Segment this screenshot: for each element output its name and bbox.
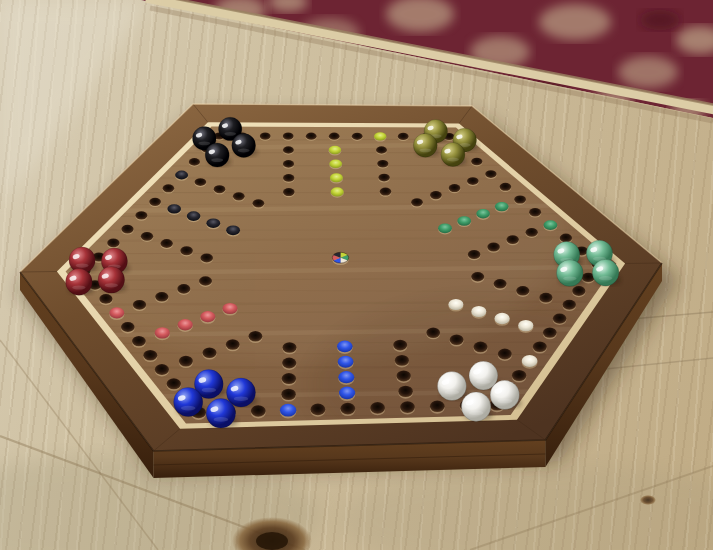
lane-hole-upper-right-7-3 [487, 243, 500, 253]
scene [0, 0, 713, 550]
marble-white-2[interactable] [490, 380, 519, 409]
home-hole-white-4 [448, 299, 463, 312]
track-hole-upper-left-6 [163, 184, 175, 193]
lane-hole-lower-right-7-4 [426, 328, 440, 340]
track-hole-lower-right-4 [553, 314, 567, 326]
track-hole-top-3 [283, 133, 294, 141]
entry-hole-white [522, 355, 538, 369]
marble-black-3[interactable] [232, 134, 256, 158]
lane-hole-top-3-4 [283, 188, 295, 197]
track-hole-bottom-6 [311, 404, 326, 417]
track-hole-upper-left-8 [189, 158, 200, 167]
track-hole-lower-right-6 [533, 341, 547, 353]
home-hole-yellow-2 [329, 160, 342, 170]
lane-hole-upper-right-7-4 [468, 250, 481, 260]
lane-hole-upper-left-3-3 [180, 246, 193, 256]
track-hole-bottom-2 [430, 401, 445, 414]
lane-hole-lower-right-3-4 [471, 272, 484, 283]
home-hole-blue-1 [339, 387, 355, 401]
track-hole-bottom-3 [400, 401, 415, 414]
track-hole-top-5 [329, 133, 340, 141]
lane-hole-bottom-7-2 [282, 373, 296, 386]
center-hole [332, 252, 348, 265]
lane-hole-lower-left-7-4 [199, 276, 212, 287]
track-hole-lower-right-8 [512, 370, 526, 383]
lane-hole-upper-left-3-4 [200, 253, 213, 263]
lane-hole-bottom-7-1 [281, 389, 296, 402]
lane-hole-top-7-3 [378, 174, 389, 183]
lane-hole-upper-right-3-3 [430, 191, 442, 200]
track-hole-top-6 [352, 133, 363, 141]
track-hole-bottom-4 [370, 402, 385, 415]
lane-hole-top-3-2 [283, 160, 294, 169]
marble-yellow-3[interactable] [441, 143, 465, 167]
track-hole-upper-left-4 [135, 211, 147, 221]
entry-hole-blue [280, 404, 296, 419]
home-hole-blue-4 [337, 340, 353, 354]
lane-hole-bottom-7-3 [282, 358, 296, 370]
marble-red-1[interactable] [98, 267, 125, 294]
lane-hole-lower-left-7-1 [133, 300, 146, 311]
track-hole-upper-right-2 [471, 158, 482, 167]
home-hole-green-4 [438, 223, 452, 234]
lane-hole-lower-right-7-1 [498, 349, 512, 361]
home-hole-blue-2 [338, 371, 354, 385]
aggravation-board [0, 0, 713, 550]
lane-hole-upper-left-7-3 [233, 192, 245, 201]
home-hole-white-1 [518, 320, 533, 333]
track-hole-lower-left-6 [121, 322, 135, 334]
marble-blue-2[interactable] [206, 399, 235, 428]
wood-knot [640, 495, 656, 505]
home-hole-black-3 [206, 218, 220, 229]
track-hole-lower-right-2 [572, 286, 585, 297]
home-hole-blue-3 [338, 356, 354, 370]
lane-hole-bottom-3-4 [393, 340, 407, 352]
track-hole-top-2 [260, 133, 271, 141]
marble-red-2[interactable] [66, 269, 93, 296]
lane-hole-upper-left-3-2 [161, 239, 173, 249]
lane-hole-upper-left-7-2 [214, 185, 226, 194]
lane-hole-top-3-1 [283, 146, 294, 154]
lane-hole-upper-right-7-2 [507, 235, 519, 245]
marble-white-3[interactable] [437, 372, 466, 401]
lane-hole-bottom-7-4 [283, 342, 297, 354]
track-hole-lower-right-5 [543, 327, 557, 339]
home-hole-green-3 [457, 216, 471, 227]
track-hole-lower-left-8 [99, 294, 112, 305]
entry-hole-yellow [374, 132, 386, 141]
marble-green-4[interactable] [592, 259, 619, 286]
track-hole-lower-left-5 [132, 336, 146, 348]
marble-green-3[interactable] [557, 260, 584, 287]
home-hole-black-4 [226, 225, 240, 236]
home-hole-green-1 [495, 202, 509, 213]
marble-blue-4[interactable] [174, 387, 203, 416]
track-hole-bottom-5 [340, 403, 355, 416]
marble-yellow-1[interactable] [413, 133, 437, 157]
entry-hole-green [544, 220, 558, 231]
track-hole-top-4 [306, 133, 317, 141]
home-hole-red-1 [155, 327, 170, 340]
lane-hole-upper-left-7-1 [195, 178, 207, 187]
lane-hole-lower-right-7-3 [450, 335, 464, 347]
track-hole-lower-left-4 [143, 350, 157, 362]
lane-hole-lower-left-3-3 [226, 339, 240, 351]
lane-hole-top-7-2 [377, 160, 388, 169]
track-hole-upper-left-2 [107, 239, 119, 249]
lane-hole-bottom-3-3 [395, 355, 409, 367]
lane-hole-lower-right-3-2 [516, 286, 529, 297]
track-hole-upper-left-5 [149, 198, 161, 207]
lane-hole-top-7-4 [380, 188, 392, 197]
lane-hole-upper-right-3-2 [449, 184, 461, 193]
lane-hole-lower-left-3-1 [179, 356, 193, 368]
track-hole-lower-left-2 [167, 378, 181, 391]
home-hole-red-2 [178, 319, 193, 332]
track-hole-bottom-8 [251, 405, 266, 418]
lane-hole-upper-right-3-4 [411, 198, 423, 207]
lane-hole-bottom-3-1 [398, 386, 413, 399]
lane-hole-upper-right-7-1 [526, 228, 538, 238]
lane-hole-upper-left-7-4 [253, 199, 265, 208]
lane-hole-lower-right-3-1 [539, 293, 552, 304]
track-hole-lower-left-3 [155, 364, 169, 376]
track-hole-top-8 [398, 133, 409, 141]
marble-black-1[interactable] [205, 143, 229, 167]
lane-hole-top-7-1 [376, 146, 387, 154]
track-hole-upper-left-3 [121, 225, 133, 235]
home-hole-black-2 [187, 211, 201, 222]
lane-hole-top-3-3 [283, 174, 294, 183]
track-hole-upper-right-3 [485, 170, 496, 179]
track-hole-lower-right-3 [563, 300, 576, 311]
home-hole-yellow-3 [330, 173, 343, 183]
entry-hole-black [175, 171, 188, 181]
entry-hole-red [109, 307, 124, 320]
track-hole-upper-right-4 [500, 183, 512, 192]
lane-hole-lower-left-7-3 [177, 284, 190, 295]
home-hole-white-3 [471, 306, 486, 319]
track-hole-upper-right-6 [529, 208, 541, 217]
home-hole-black-1 [167, 204, 181, 215]
home-hole-white-2 [495, 313, 510, 326]
lane-hole-lower-left-3-4 [249, 331, 263, 343]
lane-hole-lower-right-7-2 [474, 342, 488, 354]
home-hole-red-4 [223, 303, 238, 316]
home-hole-green-2 [476, 209, 490, 220]
track-hole-upper-right-5 [514, 195, 526, 204]
lane-hole-bottom-3-2 [397, 370, 411, 383]
marble-white-4[interactable] [461, 392, 490, 421]
lane-hole-lower-left-7-2 [155, 292, 168, 303]
home-hole-red-3 [200, 311, 215, 324]
home-hole-yellow-4 [331, 187, 344, 197]
lane-hole-upper-right-3-1 [467, 177, 479, 186]
lane-hole-lower-right-3-3 [494, 279, 507, 290]
home-hole-yellow-1 [329, 146, 342, 156]
lane-hole-lower-left-3-2 [203, 348, 217, 360]
lane-hole-upper-left-3-1 [141, 232, 153, 242]
